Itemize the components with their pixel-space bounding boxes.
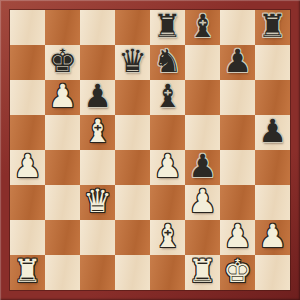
square-g4[interactable] [220,150,255,185]
square-e4[interactable]: ♟ [150,150,185,185]
square-f6[interactable] [185,80,220,115]
square-h2[interactable]: ♟ [255,220,290,255]
square-h4[interactable] [255,150,290,185]
square-b1[interactable] [45,255,80,290]
square-c8[interactable] [80,10,115,45]
square-b6[interactable]: ♟ [45,80,80,115]
piece-black-knight: ♞ [153,45,182,79]
square-d3[interactable] [115,185,150,220]
piece-white-bishop: ♝ [83,115,112,149]
chess-board: ♜♝♜♚♛♞♟♟♟♝♝♟♟♟♟♛♟♝♟♟♜♜♚ [10,10,290,290]
square-a4[interactable]: ♟ [10,150,45,185]
square-e5[interactable] [150,115,185,150]
square-d4[interactable] [115,150,150,185]
square-d2[interactable] [115,220,150,255]
board-frame: ♜♝♜♚♛♞♟♟♟♝♝♟♟♟♟♛♟♝♟♟♜♜♚ [0,0,300,300]
square-a6[interactable] [10,80,45,115]
square-h5[interactable]: ♟ [255,115,290,150]
square-a5[interactable] [10,115,45,150]
square-b4[interactable] [45,150,80,185]
square-d8[interactable] [115,10,150,45]
square-g8[interactable] [220,10,255,45]
square-c4[interactable] [80,150,115,185]
square-g5[interactable] [220,115,255,150]
piece-white-pawn: ♟ [188,185,217,219]
square-h3[interactable] [255,185,290,220]
square-h1[interactable] [255,255,290,290]
square-a3[interactable] [10,185,45,220]
square-h8[interactable]: ♜ [255,10,290,45]
square-g3[interactable] [220,185,255,220]
square-b7[interactable]: ♚ [45,45,80,80]
piece-white-pawn: ♟ [48,80,77,114]
square-g1[interactable]: ♚ [220,255,255,290]
piece-white-bishop: ♝ [153,220,182,254]
piece-white-king: ♚ [223,255,252,289]
piece-black-bishop: ♝ [188,10,217,44]
square-b2[interactable] [45,220,80,255]
piece-black-rook: ♜ [258,10,287,44]
square-b8[interactable] [45,10,80,45]
square-e8[interactable]: ♜ [150,10,185,45]
square-c6[interactable]: ♟ [80,80,115,115]
square-b3[interactable] [45,185,80,220]
square-a2[interactable] [10,220,45,255]
square-c3[interactable]: ♛ [80,185,115,220]
square-a7[interactable] [10,45,45,80]
square-f4[interactable]: ♟ [185,150,220,185]
piece-white-pawn: ♟ [223,220,252,254]
square-f7[interactable] [185,45,220,80]
square-f3[interactable]: ♟ [185,185,220,220]
square-a1[interactable]: ♜ [10,255,45,290]
square-a8[interactable] [10,10,45,45]
piece-white-rook: ♜ [13,255,42,289]
piece-white-rook: ♜ [188,255,217,289]
square-c1[interactable] [80,255,115,290]
square-h7[interactable] [255,45,290,80]
square-f1[interactable]: ♜ [185,255,220,290]
piece-white-pawn: ♟ [153,150,182,184]
square-d1[interactable] [115,255,150,290]
square-b5[interactable] [45,115,80,150]
piece-black-pawn: ♟ [83,80,112,114]
piece-black-king: ♚ [48,45,77,79]
square-g2[interactable]: ♟ [220,220,255,255]
piece-white-queen: ♛ [83,185,112,219]
piece-black-pawn: ♟ [223,45,252,79]
square-c5[interactable]: ♝ [80,115,115,150]
square-e3[interactable] [150,185,185,220]
piece-black-pawn: ♟ [258,115,287,149]
square-g6[interactable] [220,80,255,115]
piece-black-queen: ♛ [118,45,147,79]
square-f8[interactable]: ♝ [185,10,220,45]
piece-white-pawn: ♟ [258,220,287,254]
square-e6[interactable]: ♝ [150,80,185,115]
piece-black-pawn: ♟ [188,150,217,184]
square-c7[interactable] [80,45,115,80]
square-e2[interactable]: ♝ [150,220,185,255]
square-g7[interactable]: ♟ [220,45,255,80]
square-e1[interactable] [150,255,185,290]
square-d7[interactable]: ♛ [115,45,150,80]
square-f2[interactable] [185,220,220,255]
square-d5[interactable] [115,115,150,150]
piece-white-pawn: ♟ [13,150,42,184]
square-h6[interactable] [255,80,290,115]
square-d6[interactable] [115,80,150,115]
square-f5[interactable] [185,115,220,150]
square-e7[interactable]: ♞ [150,45,185,80]
piece-black-rook: ♜ [153,10,182,44]
piece-black-bishop: ♝ [153,80,182,114]
square-c2[interactable] [80,220,115,255]
